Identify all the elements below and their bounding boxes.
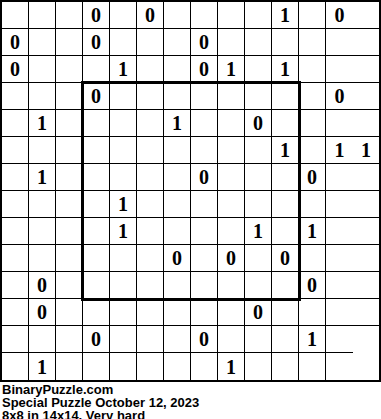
given-cell-r7-c4: 1 <box>110 191 137 218</box>
given-cell-r13-c8: 1 <box>218 353 245 380</box>
given-cell-r0-c5: 0 <box>137 2 164 29</box>
empty-cell-r5-c8[interactable] <box>218 137 245 164</box>
given-cell-r6-c1: 1 <box>29 164 56 191</box>
empty-cell-r10-c4[interactable] <box>110 272 137 299</box>
empty-cell-r5-c0[interactable] <box>2 137 29 164</box>
empty-cell-r12-c13[interactable] <box>353 326 380 353</box>
empty-cell-r6-c4[interactable] <box>110 164 137 191</box>
empty-cell-r11-c6[interactable] <box>164 299 191 326</box>
empty-cell-r2-c13[interactable] <box>353 56 380 83</box>
empty-cell-r3-c4[interactable] <box>110 83 137 110</box>
given-cell-r4-c6: 1 <box>164 110 191 137</box>
empty-cell-r0-c11[interactable] <box>299 2 326 29</box>
empty-cell-r6-c10[interactable] <box>272 164 299 191</box>
given-cell-r1-c7: 0 <box>191 29 218 56</box>
given-cell-r12-c11: 1 <box>299 326 326 353</box>
empty-cell-r3-c10[interactable] <box>272 83 299 110</box>
empty-cell-r1-c8[interactable] <box>218 29 245 56</box>
given-cell-r8-c11: 1 <box>299 218 326 245</box>
empty-cell-r11-c0[interactable] <box>2 299 29 326</box>
given-cell-r0-c3: 0 <box>83 2 110 29</box>
empty-cell-r8-c8[interactable] <box>218 218 245 245</box>
empty-cell-r0-c8[interactable] <box>218 2 245 29</box>
empty-cell-r2-c9[interactable] <box>245 56 272 83</box>
empty-cell-r1-c12[interactable] <box>326 29 353 56</box>
empty-cell-r4-c4[interactable] <box>110 110 137 137</box>
empty-cell-r10-c8[interactable] <box>218 272 245 299</box>
empty-cell-r1-c2[interactable] <box>56 29 83 56</box>
empty-cell-r13-c5[interactable] <box>137 353 164 380</box>
empty-cell-r8-c2[interactable] <box>56 218 83 245</box>
empty-cell-r0-c0[interactable] <box>2 2 29 29</box>
empty-cell-r12-c5[interactable] <box>137 326 164 353</box>
empty-cell-r0-c1[interactable] <box>29 2 56 29</box>
empty-cell-r1-c1[interactable] <box>29 29 56 56</box>
empty-cell-r9-c9[interactable] <box>245 245 272 272</box>
empty-cell-r0-c13[interactable] <box>353 2 380 29</box>
empty-cell-r8-c13[interactable] <box>353 218 380 245</box>
empty-cell-r9-c3[interactable] <box>83 245 110 272</box>
given-cell-r10-c11: 0 <box>299 272 326 299</box>
empty-cell-r13-c9[interactable] <box>245 353 272 380</box>
empty-cell-r13-c12[interactable] <box>326 353 353 380</box>
empty-cell-r10-c12[interactable] <box>326 272 353 299</box>
empty-cell-r6-c3[interactable] <box>83 164 110 191</box>
given-cell-r9-c10: 0 <box>272 245 299 272</box>
empty-cell-r13-c11[interactable] <box>299 353 326 380</box>
empty-cell-r9-c1[interactable] <box>29 245 56 272</box>
empty-cell-r3-c9[interactable] <box>245 83 272 110</box>
empty-cell-r10-c3[interactable] <box>83 272 110 299</box>
empty-cell-r11-c13[interactable] <box>353 299 380 326</box>
empty-cell-r4-c7[interactable] <box>191 110 218 137</box>
empty-cell-r2-c12[interactable] <box>326 56 353 83</box>
empty-cell-r1-c4[interactable] <box>110 29 137 56</box>
given-cell-r8-c4: 1 <box>110 218 137 245</box>
empty-cell-r0-c7[interactable] <box>191 2 218 29</box>
empty-cell-r3-c1[interactable] <box>29 83 56 110</box>
empty-cell-r1-c5[interactable] <box>137 29 164 56</box>
given-cell-r4-c1: 1 <box>29 110 56 137</box>
empty-cell-r9-c4[interactable] <box>110 245 137 272</box>
given-cell-r10-c1: 0 <box>29 272 56 299</box>
empty-cell-r1-c13[interactable] <box>353 29 380 56</box>
empty-cell-r10-c6[interactable] <box>164 272 191 299</box>
empty-cell-r3-c13[interactable] <box>353 83 380 110</box>
empty-cell-r11-c11[interactable] <box>299 299 326 326</box>
empty-cell-r6-c9[interactable] <box>245 164 272 191</box>
empty-cell-r11-c7[interactable] <box>191 299 218 326</box>
empty-cell-r2-c1[interactable] <box>29 56 56 83</box>
empty-cell-r6-c2[interactable] <box>56 164 83 191</box>
empty-cell-r0-c6[interactable] <box>164 2 191 29</box>
empty-cell-r8-c10[interactable] <box>272 218 299 245</box>
empty-cell-r13-c2[interactable] <box>56 353 83 380</box>
given-cell-r12-c3: 0 <box>83 326 110 353</box>
empty-cell-r6-c12[interactable] <box>326 164 353 191</box>
empty-cell-r12-c1[interactable] <box>29 326 56 353</box>
empty-cell-r6-c5[interactable] <box>137 164 164 191</box>
empty-cell-r7-c10[interactable] <box>272 191 299 218</box>
empty-cell-r5-c7[interactable] <box>191 137 218 164</box>
given-cell-r0-c10: 1 <box>272 2 299 29</box>
given-cell-r12-c7: 0 <box>191 326 218 353</box>
empty-cell-r7-c3[interactable] <box>83 191 110 218</box>
given-cell-r5-c13: 1 <box>353 137 380 164</box>
empty-cell-r2-c6[interactable] <box>164 56 191 83</box>
empty-cell-r5-c3[interactable] <box>83 137 110 164</box>
empty-cell-r3-c11[interactable] <box>299 83 326 110</box>
empty-cell-r4-c11[interactable] <box>299 110 326 137</box>
given-cell-r2-c8: 1 <box>218 56 245 83</box>
empty-cell-r7-c6[interactable] <box>164 191 191 218</box>
empty-cell-r9-c7[interactable] <box>191 245 218 272</box>
given-cell-r5-c10: 1 <box>272 137 299 164</box>
empty-cell-r12-c4[interactable] <box>110 326 137 353</box>
empty-cell-r12-c2[interactable] <box>56 326 83 353</box>
given-cell-r2-c7: 0 <box>191 56 218 83</box>
empty-cell-r9-c12[interactable] <box>326 245 353 272</box>
empty-cell-r2-c2[interactable] <box>56 56 83 83</box>
empty-cell-r12-c9[interactable] <box>245 326 272 353</box>
given-cell-r3-c12: 0 <box>326 83 353 110</box>
footer: BinaryPuzzle.com Special Puzzle October … <box>2 383 381 419</box>
empty-cell-r8-c1[interactable] <box>29 218 56 245</box>
given-cell-r2-c0: 0 <box>2 56 29 83</box>
empty-cell-r11-c2[interactable] <box>56 299 83 326</box>
empty-cell-r10-c5[interactable] <box>137 272 164 299</box>
empty-cell-r13-c10[interactable] <box>272 353 299 380</box>
empty-cell-r2-c11[interactable] <box>299 56 326 83</box>
empty-cell-r7-c1[interactable] <box>29 191 56 218</box>
given-cell-r8-c9: 1 <box>245 218 272 245</box>
empty-cell-r7-c11[interactable] <box>299 191 326 218</box>
empty-cell-r8-c6[interactable] <box>164 218 191 245</box>
empty-cell-r1-c10[interactable] <box>272 29 299 56</box>
empty-cell-r4-c2[interactable] <box>56 110 83 137</box>
given-cell-r3-c3: 0 <box>83 83 110 110</box>
empty-cell-r3-c5[interactable] <box>137 83 164 110</box>
empty-cell-r2-c5[interactable] <box>137 56 164 83</box>
empty-cell-r4-c12[interactable] <box>326 110 353 137</box>
empty-cell-r10-c7[interactable] <box>191 272 218 299</box>
given-cell-r4-c9: 0 <box>245 110 272 137</box>
empty-cell-r10-c9[interactable] <box>245 272 272 299</box>
empty-cell-r12-c10[interactable] <box>272 326 299 353</box>
given-cell-r6-c7: 0 <box>191 164 218 191</box>
empty-cell-r7-c12[interactable] <box>326 191 353 218</box>
puzzle-page: 001000001011001101111001111000000000111 … <box>0 0 381 419</box>
empty-cell-r8-c5[interactable] <box>137 218 164 245</box>
given-cell-r2-c10: 1 <box>272 56 299 83</box>
empty-cell-r7-c8[interactable] <box>218 191 245 218</box>
empty-cell-r6-c0[interactable] <box>2 164 29 191</box>
empty-cell-r5-c4[interactable] <box>110 137 137 164</box>
empty-cell-r7-c5[interactable] <box>137 191 164 218</box>
empty-cell-r0-c2[interactable] <box>56 2 83 29</box>
empty-cell-r10-c10[interactable] <box>272 272 299 299</box>
empty-cell-r5-c2[interactable] <box>56 137 83 164</box>
empty-cell-r6-c8[interactable] <box>218 164 245 191</box>
empty-cell-r11-c3[interactable] <box>83 299 110 326</box>
empty-cell-r1-c6[interactable] <box>164 29 191 56</box>
given-cell-r2-c4: 1 <box>110 56 137 83</box>
empty-cell-r6-c6[interactable] <box>164 164 191 191</box>
given-cell-r5-c12: 1 <box>326 137 353 164</box>
empty-cell-r6-c13[interactable] <box>353 164 380 191</box>
empty-cell-r5-c6[interactable] <box>164 137 191 164</box>
empty-cell-r13-c13[interactable] <box>353 353 380 380</box>
empty-cell-r4-c3[interactable] <box>83 110 110 137</box>
empty-cell-r13-c6[interactable] <box>164 353 191 380</box>
empty-cell-r3-c0[interactable] <box>2 83 29 110</box>
given-cell-r13-c1: 1 <box>29 353 56 380</box>
empty-cell-r3-c8[interactable] <box>218 83 245 110</box>
empty-cell-r12-c6[interactable] <box>164 326 191 353</box>
empty-cell-r2-c3[interactable] <box>83 56 110 83</box>
empty-cell-r3-c2[interactable] <box>56 83 83 110</box>
empty-cell-r13-c3[interactable] <box>83 353 110 380</box>
given-cell-r11-c9: 0 <box>245 299 272 326</box>
empty-cell-r11-c8[interactable] <box>218 299 245 326</box>
empty-cell-r1-c11[interactable] <box>299 29 326 56</box>
empty-cell-r9-c0[interactable] <box>2 245 29 272</box>
empty-cell-r7-c13[interactable] <box>353 191 380 218</box>
empty-cell-r0-c4[interactable] <box>110 2 137 29</box>
empty-cell-r12-c0[interactable] <box>2 326 29 353</box>
given-cell-r6-c11: 0 <box>299 164 326 191</box>
given-cell-r9-c8: 0 <box>218 245 245 272</box>
empty-cell-r5-c5[interactable] <box>137 137 164 164</box>
empty-cell-r8-c7[interactable] <box>191 218 218 245</box>
empty-cell-r12-c8[interactable] <box>218 326 245 353</box>
empty-cell-r4-c5[interactable] <box>137 110 164 137</box>
empty-cell-r13-c4[interactable] <box>110 353 137 380</box>
empty-cell-r12-c12[interactable] <box>326 326 353 353</box>
binary-puzzle-board: 001000001011001101111001111000000000111 <box>0 0 381 382</box>
puzzle-meta: 8x8 in 14x14, Very hard <box>2 409 381 419</box>
empty-cell-r10-c13[interactable] <box>353 272 380 299</box>
empty-cell-r7-c7[interactable] <box>191 191 218 218</box>
empty-cell-r4-c0[interactable] <box>2 110 29 137</box>
empty-cell-r13-c7[interactable] <box>191 353 218 380</box>
given-cell-r1-c0: 0 <box>2 29 29 56</box>
empty-cell-r4-c8[interactable] <box>218 110 245 137</box>
given-cell-r9-c6: 0 <box>164 245 191 272</box>
empty-cell-r1-c9[interactable] <box>245 29 272 56</box>
empty-cell-r9-c13[interactable] <box>353 245 380 272</box>
given-cell-r0-c12: 0 <box>326 2 353 29</box>
empty-cell-r5-c9[interactable] <box>245 137 272 164</box>
empty-cell-r4-c13[interactable] <box>353 110 380 137</box>
empty-cell-r8-c12[interactable] <box>326 218 353 245</box>
empty-cell-r10-c2[interactable] <box>56 272 83 299</box>
empty-cell-r11-c5[interactable] <box>137 299 164 326</box>
empty-cell-r9-c2[interactable] <box>56 245 83 272</box>
empty-cell-r7-c9[interactable] <box>245 191 272 218</box>
empty-cell-r7-c0[interactable] <box>2 191 29 218</box>
empty-cell-r0-c9[interactable] <box>245 2 272 29</box>
empty-cell-r3-c6[interactable] <box>164 83 191 110</box>
empty-cell-r8-c3[interactable] <box>83 218 110 245</box>
given-cell-r11-c1: 0 <box>29 299 56 326</box>
empty-cell-r4-c10[interactable] <box>272 110 299 137</box>
empty-cell-r5-c1[interactable] <box>29 137 56 164</box>
empty-cell-r13-c0[interactable] <box>2 353 29 380</box>
empty-cell-r9-c5[interactable] <box>137 245 164 272</box>
empty-cell-r11-c10[interactable] <box>272 299 299 326</box>
empty-cell-r7-c2[interactable] <box>56 191 83 218</box>
given-cell-r1-c3: 0 <box>83 29 110 56</box>
empty-cell-r8-c0[interactable] <box>2 218 29 245</box>
empty-cell-r11-c4[interactable] <box>110 299 137 326</box>
empty-cell-r3-c7[interactable] <box>191 83 218 110</box>
empty-cell-r5-c11[interactable] <box>299 137 326 164</box>
empty-cell-r9-c11[interactable] <box>299 245 326 272</box>
empty-cell-r10-c0[interactable] <box>2 272 29 299</box>
empty-cell-r11-c12[interactable] <box>326 299 353 326</box>
